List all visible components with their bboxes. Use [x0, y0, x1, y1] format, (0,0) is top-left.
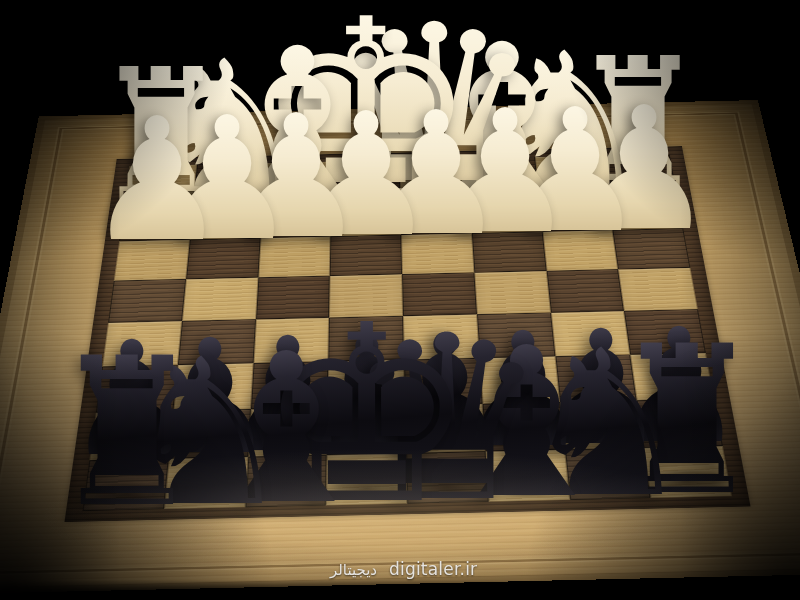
watermark-farsi-text: دیجیتالر — [330, 561, 377, 579]
watermark: دیجیتالر digitaler.ir — [330, 559, 477, 579]
chess-photo-scene: ♜♞♝♛♚♝♞♜♟♟♟♟♟♟♟♟♟♟♟♟♟♟♟♟♜♞♝♛♚♝♞♜ دیجیتال… — [0, 0, 800, 600]
piece-white-pawn-h2[interactable]: ♟ — [87, 95, 227, 265]
piece-black-rook-h8[interactable]: ♜ — [53, 331, 200, 536]
watermark-domain-text: digitaler.ir — [389, 559, 477, 579]
